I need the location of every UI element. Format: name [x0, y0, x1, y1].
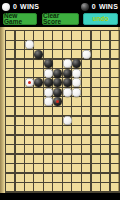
- new-game-button[interactable]: New Game: [3, 13, 37, 25]
- black-stone: [72, 59, 81, 68]
- white-stone: [72, 78, 81, 87]
- white-stone: [63, 88, 72, 97]
- board-grid[interactable]: [5, 30, 120, 193]
- black-stone: [63, 69, 72, 78]
- black-stone: [53, 78, 62, 87]
- black-stone: [53, 69, 62, 78]
- black-stone: [44, 78, 53, 87]
- white-stone-icon: [2, 3, 10, 11]
- black-stone: [63, 78, 72, 87]
- bottom-bar: [0, 193, 120, 200]
- black-stone: [53, 88, 62, 97]
- black-stone: [53, 97, 62, 106]
- white-stone: [25, 40, 34, 49]
- clear-score-button[interactable]: Clear Score: [42, 13, 79, 25]
- white-wins-count: 0: [13, 3, 17, 10]
- white-stone: [44, 88, 53, 97]
- black-stone: [34, 50, 43, 59]
- black-score-group: 0 WINS: [81, 3, 118, 11]
- board-area: [0, 27, 120, 200]
- white-stone: [44, 97, 53, 106]
- black-stone: [34, 78, 43, 87]
- white-stone: [72, 69, 81, 78]
- last-move-marker: [56, 100, 59, 103]
- black-stone-icon: [81, 3, 89, 11]
- last-move-marker: [28, 81, 31, 84]
- white-wins-label: WINS: [20, 3, 39, 10]
- white-stone: [63, 116, 72, 125]
- app-screen: 0 WINS 0 WINS New Game Clear Score undo: [0, 0, 120, 200]
- white-stone: [25, 78, 34, 87]
- black-wins-label: WINS: [99, 3, 118, 10]
- undo-button[interactable]: undo: [83, 13, 118, 25]
- white-stone: [82, 50, 91, 59]
- black-stone: [44, 59, 53, 68]
- white-stone: [72, 88, 81, 97]
- white-stone: [63, 59, 72, 68]
- score-bar: 0 WINS 0 WINS: [0, 0, 120, 13]
- black-wins-count: 0: [92, 3, 96, 10]
- white-score-group: 0 WINS: [2, 3, 39, 11]
- white-stone: [44, 69, 53, 78]
